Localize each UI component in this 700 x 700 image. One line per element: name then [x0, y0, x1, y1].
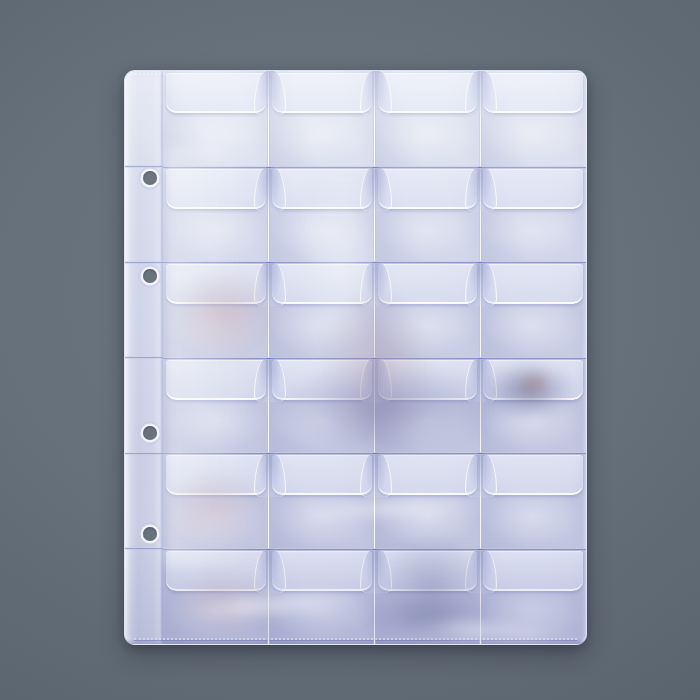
- row-seam: [373, 452, 483, 455]
- pocket: [375, 167, 481, 263]
- binder-hole: [143, 527, 157, 541]
- row-seam: [163, 166, 271, 169]
- binder-strip: [125, 71, 163, 644]
- pocket: [163, 358, 269, 454]
- row-seam: [267, 357, 377, 360]
- pocket-flap: [483, 73, 583, 113]
- seam-tent: [360, 453, 392, 497]
- pocket: [375, 358, 481, 454]
- seam-tent: [254, 71, 286, 115]
- pocket: [163, 549, 269, 645]
- pocket: [480, 358, 586, 454]
- seam-tent: [254, 262, 286, 306]
- pocket-flap: [166, 551, 266, 591]
- pocket-flap: [272, 551, 372, 591]
- pocket-flap: [272, 360, 372, 400]
- pocket-sheet: [124, 70, 587, 645]
- pocket: [163, 262, 269, 358]
- row-seam: [373, 261, 483, 264]
- row-seam: [267, 261, 377, 264]
- pocket: [163, 167, 269, 263]
- pocket-flap: [166, 264, 266, 304]
- pocket-flap: [166, 360, 266, 400]
- pocket-flap: [378, 73, 478, 113]
- strip-row-seam: [125, 356, 163, 359]
- row-seam: [267, 166, 377, 169]
- pocket: [375, 549, 481, 645]
- pocket: [480, 549, 586, 645]
- row-seam: [373, 357, 483, 360]
- pocket-flap: [378, 264, 478, 304]
- pocket-flap: [166, 73, 266, 113]
- pocket: [375, 262, 481, 358]
- pocket: [163, 71, 269, 167]
- pocket: [375, 71, 481, 167]
- seam-tent: [360, 167, 392, 211]
- pocket-grid: [163, 71, 586, 644]
- binder-hole: [143, 426, 157, 440]
- row-seam: [267, 452, 377, 455]
- seam-tent: [254, 453, 286, 497]
- row-seam: [478, 261, 586, 264]
- strip-row-seam: [125, 547, 163, 550]
- row-seam: [478, 452, 586, 455]
- row-seam: [267, 548, 377, 551]
- pocket-flap: [166, 455, 266, 495]
- pocket: [269, 262, 375, 358]
- seam-tent: [360, 358, 392, 402]
- row-seam: [163, 548, 271, 551]
- pocket-flap: [483, 455, 583, 495]
- pocket-flap: [378, 455, 478, 495]
- pocket-flap: [378, 169, 478, 209]
- pocket: [163, 453, 269, 549]
- pocket-flap: [483, 264, 583, 304]
- pocket-flap: [483, 360, 583, 400]
- bottom-edge-tint: [125, 639, 586, 644]
- pocket: [269, 453, 375, 549]
- binder-hole: [143, 171, 157, 185]
- pocket: [480, 71, 586, 167]
- pocket: [480, 167, 586, 263]
- pocket-flap: [272, 169, 372, 209]
- pocket-flap: [378, 360, 478, 400]
- row-seam: [478, 357, 586, 360]
- strip-row-seam: [125, 165, 163, 168]
- pocket: [480, 453, 586, 549]
- pocket: [269, 549, 375, 645]
- pocket: [269, 167, 375, 263]
- pocket: [480, 262, 586, 358]
- strip-row-seam: [125, 452, 163, 455]
- row-seam: [478, 166, 586, 169]
- row-seam: [373, 548, 483, 551]
- strip-row-seam: [125, 261, 163, 264]
- row-seam: [163, 452, 271, 455]
- binder-hole: [143, 269, 157, 283]
- row-seam: [163, 261, 271, 264]
- pocket: [269, 71, 375, 167]
- seam-tent: [360, 71, 392, 115]
- pocket-flap: [378, 551, 478, 591]
- row-seam: [478, 548, 586, 551]
- pocket-flap: [272, 264, 372, 304]
- pocket: [375, 453, 481, 549]
- pocket-flap: [483, 169, 583, 209]
- row-seam: [163, 357, 271, 360]
- pocket-flap: [272, 73, 372, 113]
- pocket-flap: [272, 455, 372, 495]
- seam-tent: [360, 262, 392, 306]
- row-seam: [373, 166, 483, 169]
- pocket-flap: [483, 551, 583, 591]
- seam-tent: [360, 549, 392, 593]
- pocket: [269, 358, 375, 454]
- pocket-flap: [166, 169, 266, 209]
